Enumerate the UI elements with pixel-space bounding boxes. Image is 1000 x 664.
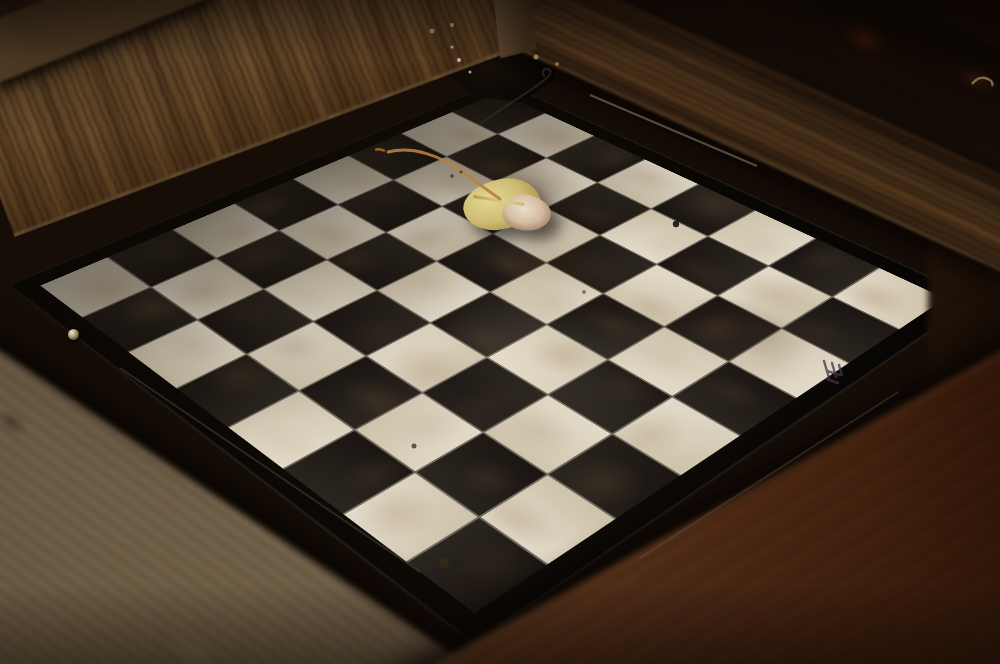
photo-of-checkerboard-table: [0, 0, 1000, 664]
dried-leaf: [463, 175, 555, 233]
screw-icon: [68, 329, 79, 340]
